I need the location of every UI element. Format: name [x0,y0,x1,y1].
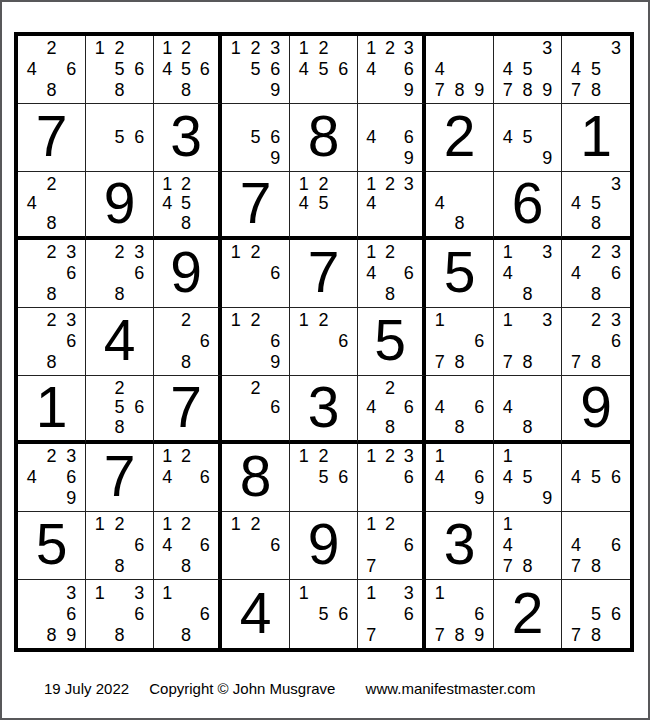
candidate-digit: 5 [314,467,334,488]
cell-r8c9[interactable]: 4678 [562,512,630,580]
candidate-digit: 1 [498,514,518,535]
pencil-slot [450,174,470,194]
pencil-marks: 2368 [18,308,85,375]
pencil-slot [42,331,62,352]
pencil-marks: 12456 [290,36,357,103]
candidate-digit: 7 [566,555,586,576]
pencil-slot [537,283,557,304]
pencil-slot [333,446,353,467]
pencil-marks: 2468 [18,36,85,103]
cell-r4c6[interactable]: 12468 [358,240,426,308]
candidate-digit: 6 [469,603,489,624]
candidate-digit: 5 [110,398,130,418]
pencil-marks: 1236 [358,444,422,511]
cell-r2c8[interactable]: 459 [494,104,562,172]
pencil-slot [22,331,42,352]
pencil-slot [399,624,418,645]
pencil-slot [518,106,538,127]
solved-digit: 9 [580,379,612,436]
candidate-digit: 6 [469,398,489,418]
candidate-digit: 1 [294,310,314,331]
candidate-digit: 8 [110,624,130,645]
candidate-digit: 1 [430,310,450,331]
pencil-marks: 569 [222,104,289,171]
candidate-digit: 6 [333,331,353,352]
pencil-slot [586,582,606,603]
pencil-slot [566,213,586,233]
candidate-digit: 9 [265,147,285,168]
cell-r8c8[interactable]: 1478 [494,512,562,580]
pencil-slot [469,310,489,331]
pencil-slot [294,603,314,624]
candidate-digit: 6 [129,127,149,148]
candidate-digit: 7 [498,555,518,576]
pencil-slot [381,555,400,576]
cell-r4c7[interactable]: 5 [426,240,494,308]
pencil-slot [265,283,285,304]
pencil-marks: 268 [154,308,218,375]
candidate-digit: 2 [314,174,334,194]
candidate-digit: 6 [129,59,149,80]
pencil-marks: 1268 [86,512,153,579]
cell-r9c6[interactable]: 1367 [358,580,426,648]
candidate-digit: 1 [430,446,450,467]
pencil-slot [430,213,450,233]
pencil-slot [90,106,110,127]
cell-r2c7[interactable]: 2 [426,104,494,172]
pencil-slot [362,147,381,168]
pencil-slot [430,417,450,437]
solved-digit: 8 [240,448,272,505]
pencil-slot [518,535,538,556]
candidate-digit: 2 [42,174,62,194]
cell-r2c9[interactable]: 1 [562,104,630,172]
candidate-digit: 4 [158,194,177,214]
pencil-slot [606,514,626,535]
pencil-slot [586,487,606,508]
cell-r7c5[interactable]: 1256 [290,444,358,512]
pencil-slot [195,79,214,100]
candidate-digit: 5 [518,127,538,148]
cell-r3c6[interactable]: 1234 [358,172,426,240]
pencil-slot [314,213,334,233]
cell-r2c1[interactable]: 7 [18,104,86,172]
pencil-slot [333,38,353,59]
cell-r8c4[interactable]: 126 [222,512,290,580]
candidate-digit: 6 [61,467,81,488]
pencil-slot [362,213,381,233]
cell-r8c6[interactable]: 1267 [358,512,426,580]
cell-r5c7[interactable]: 1678 [426,308,494,376]
cell-r4c3[interactable]: 9 [154,240,222,308]
pencil-slot [537,398,557,418]
solved-digit: 4 [240,585,272,642]
cell-r9c2[interactable]: 1368 [86,580,154,648]
candidate-digit: 8 [450,624,470,645]
pencil-slot [381,398,400,418]
pencil-marks: 1469 [426,444,493,511]
pencil-marks: 2468 [358,376,422,440]
pencil-marks: 12468 [358,240,422,307]
candidate-digit: 2 [177,174,196,194]
cell-r6c9[interactable]: 9 [562,376,630,444]
cell-r3c3[interactable]: 12458 [154,172,222,240]
footer: 19 July 2022 Copyright © John Musgrave w… [44,680,536,697]
pencil-slot [399,378,418,398]
candidate-digit: 7 [430,79,450,100]
candidate-digit: 7 [362,555,381,576]
pencil-slot [90,555,110,576]
cell-r3c8[interactable]: 6 [494,172,562,240]
candidate-digit: 4 [294,194,314,214]
cell-r1c1[interactable]: 2468 [18,36,86,104]
candidate-digit: 4 [158,467,177,488]
cell-r1c2[interactable]: 12568 [86,36,154,104]
cell-r6c1[interactable]: 1 [18,376,86,444]
pencil-slot [90,283,110,304]
pencil-slot [399,417,418,437]
pencil-slot [450,603,470,624]
pencil-marks: 3689 [18,580,85,648]
cell-r2c6[interactable]: 469 [358,104,426,172]
cell-r5c4[interactable]: 1269 [222,308,290,376]
cell-r1c4[interactable]: 123569 [222,36,290,104]
cell-r6c4[interactable]: 26 [222,376,290,444]
pencil-slot [90,378,110,398]
cell-r4c1[interactable]: 2368 [18,240,86,308]
candidate-digit: 3 [129,242,149,263]
candidate-digit: 6 [469,331,489,352]
candidate-digit: 2 [42,242,62,263]
pencil-slot [518,378,538,398]
pencil-slot [22,487,42,508]
cell-r1c8[interactable]: 345789 [494,36,562,104]
pencil-slot [226,417,246,437]
pencil-slot [430,487,450,508]
pencil-slot [42,194,62,214]
candidate-digit: 4 [158,535,177,556]
cell-r7c6[interactable]: 1236 [358,444,426,512]
pencil-slot [177,467,196,488]
cell-r6c3[interactable]: 7 [154,376,222,444]
candidate-digit: 6 [195,535,214,556]
cell-r8c5[interactable]: 9 [290,512,358,580]
cell-r8c3[interactable]: 12468 [154,512,222,580]
pencil-slot [265,378,285,398]
candidate-digit: 1 [158,174,177,194]
pencil-slot [226,283,246,304]
cell-r4c4[interactable]: 126 [222,240,290,308]
pencil-slot [265,417,285,437]
pencil-slot [110,535,130,556]
pencil-marks: 345789 [494,36,561,103]
pencil-slot [606,582,626,603]
candidate-digit: 2 [381,38,400,59]
candidate-digit: 1 [294,446,314,467]
pencil-slot [246,351,266,372]
candidate-digit: 5 [246,127,266,148]
cell-r7c4[interactable]: 8 [222,444,290,512]
candidate-digit: 2 [110,242,130,263]
pencil-slot [498,147,518,168]
cell-r9c1[interactable]: 3689 [18,580,86,648]
pencil-slot [129,79,149,100]
candidate-digit: 2 [110,38,130,59]
pencil-slot [22,242,42,263]
pencil-slot [566,582,586,603]
candidate-digit: 2 [177,446,196,467]
pencil-slot [226,555,246,576]
pencil-slot [195,487,214,508]
pencil-slot [381,127,400,148]
candidate-digit: 6 [61,603,81,624]
candidate-digit: 3 [129,582,149,603]
pencil-slot [177,535,196,556]
cell-r9c5[interactable]: 156 [290,580,358,648]
pencil-slot [158,310,177,331]
cell-r1c3[interactable]: 124568 [154,36,222,104]
cell-r5c9[interactable]: 23678 [562,308,630,376]
cell-r2c5[interactable]: 8 [290,104,358,172]
pencil-slot [566,446,586,467]
pencil-slot [606,351,626,372]
cell-r9c9[interactable]: 5678 [562,580,630,648]
pencil-slot [246,555,266,576]
pencil-slot [362,283,381,304]
solved-digit: 5 [374,312,406,369]
cell-r3c5[interactable]: 1245 [290,172,358,240]
candidate-digit: 8 [42,213,62,233]
cell-r5c1[interactable]: 2368 [18,308,86,376]
candidate-digit: 4 [362,194,381,214]
candidate-digit: 9 [265,79,285,100]
candidate-digit: 4 [22,467,42,488]
candidate-digit: 5 [110,59,130,80]
candidate-digit: 4 [362,127,381,148]
pencil-slot [450,467,470,488]
candidate-digit: 4 [22,59,42,80]
pencil-slot [518,487,538,508]
pencil-marks: 3458 [562,172,630,236]
candidate-digit: 4 [430,398,450,418]
pencil-slot [498,331,518,352]
candidate-digit: 4 [566,467,586,488]
candidate-digit: 8 [586,624,606,645]
candidate-digit: 6 [195,467,214,488]
pencil-slot [22,582,42,603]
pencil-slot [226,331,246,352]
pencil-slot [606,487,626,508]
pencil-marks: 23468 [562,240,630,307]
pencil-marks: 2368 [18,240,85,307]
pencil-slot [450,194,470,214]
pencil-marks: 12568 [86,36,153,103]
candidate-digit: 2 [110,514,130,535]
cell-r3c2[interactable]: 9 [86,172,154,240]
candidate-digit: 5 [586,194,606,214]
candidate-digit: 8 [586,351,606,372]
pencil-slot [498,38,518,59]
cell-r2c3[interactable]: 3 [154,104,222,172]
cell-r4c2[interactable]: 2368 [86,240,154,308]
pencil-slot [498,106,518,127]
pencil-slot [450,59,470,80]
candidate-digit: 2 [381,242,400,263]
cell-r6c8[interactable]: 48 [494,376,562,444]
cell-r1c6[interactable]: 123469 [358,36,426,104]
pencil-slot [381,79,400,100]
pencil-slot [110,582,130,603]
footer-website: www.manifestmaster.com [366,680,536,697]
cell-r8c1[interactable]: 5 [18,512,86,580]
pencil-slot [518,310,538,331]
pencil-slot [537,351,557,372]
pencil-slot [246,535,266,556]
pencil-marks: 1478 [494,512,561,579]
pencil-slot [518,242,538,263]
candidate-digit: 3 [61,242,81,263]
cell-r8c2[interactable]: 1268 [86,512,154,580]
cell-r5c3[interactable]: 268 [154,308,222,376]
candidate-digit: 3 [537,38,557,59]
pencil-slot [399,194,418,214]
pencil-slot [469,378,489,398]
pencil-slot [246,283,266,304]
pencil-slot [158,555,177,576]
candidate-digit: 8 [586,555,606,576]
pencil-slot [129,514,149,535]
pencil-slot [469,38,489,59]
pencil-slot [90,417,110,437]
cell-r6c7[interactable]: 468 [426,376,494,444]
pencil-slot [498,283,518,304]
pencil-slot [195,446,214,467]
cell-r3c7[interactable]: 48 [426,172,494,240]
cell-r1c5[interactable]: 12456 [290,36,358,104]
candidate-digit: 6 [469,467,489,488]
pencil-slot [333,582,353,603]
pencil-slot [158,351,177,372]
pencil-slot [265,310,285,331]
pencil-slot [195,555,214,576]
cell-r5c6[interactable]: 5 [358,308,426,376]
candidate-digit: 4 [158,59,177,80]
pencil-marks: 468 [426,376,493,440]
pencil-slot [22,263,42,284]
pencil-marks: 16789 [426,580,493,648]
cell-r4c9[interactable]: 23468 [562,240,630,308]
candidate-digit: 7 [498,351,518,372]
solved-digit: 3 [308,379,340,436]
candidate-digit: 2 [381,514,400,535]
pencil-slot [314,351,334,372]
cell-r1c7[interactable]: 4789 [426,36,494,104]
pencil-slot [430,38,450,59]
pencil-slot [362,79,381,100]
cell-r5c2[interactable]: 4 [86,308,154,376]
cell-r5c5[interactable]: 126 [290,308,358,376]
cell-r3c1[interactable]: 248 [18,172,86,240]
pencil-slot [22,283,42,304]
candidate-digit: 1 [362,38,381,59]
cell-r2c2[interactable]: 56 [86,104,154,172]
cell-r3c4[interactable]: 7 [222,172,290,240]
candidate-digit: 1 [294,174,314,194]
pencil-slot [158,79,177,100]
candidate-digit: 8 [381,417,400,437]
pencil-slot [362,417,381,437]
candidate-digit: 2 [381,446,400,467]
candidate-digit: 1 [226,242,246,263]
pencil-slot [158,624,177,645]
pencil-slot [469,59,489,80]
pencil-slot [22,624,42,645]
candidate-digit: 3 [606,242,626,263]
cell-r7c3[interactable]: 1246 [154,444,222,512]
cell-r9c3[interactable]: 168 [154,580,222,648]
candidate-digit: 1 [498,446,518,467]
candidate-digit: 6 [61,59,81,80]
candidate-digit: 6 [195,59,214,80]
cell-r5c8[interactable]: 1378 [494,308,562,376]
cell-r6c5[interactable]: 3 [290,376,358,444]
candidate-digit: 4 [566,263,586,284]
cell-r4c8[interactable]: 1348 [494,240,562,308]
cell-r9c4[interactable]: 4 [222,580,290,648]
cell-r2c4[interactable]: 569 [222,104,290,172]
candidate-digit: 2 [586,310,606,331]
candidate-digit: 1 [90,582,110,603]
cell-r9c8[interactable]: 2 [494,580,562,648]
candidate-digit: 3 [399,582,418,603]
pencil-slot [294,624,314,645]
pencil-slot [381,467,400,488]
pencil-slot [177,603,196,624]
pencil-slot [158,213,177,233]
cell-r3c9[interactable]: 3458 [562,172,630,240]
candidate-digit: 2 [246,514,266,535]
candidate-digit: 9 [399,147,418,168]
candidate-digit: 2 [246,310,266,331]
cell-r7c2[interactable]: 7 [86,444,154,512]
pencil-slot [362,487,381,508]
candidate-digit: 9 [399,79,418,100]
pencil-slot [518,38,538,59]
pencil-slot [450,310,470,331]
cell-r6c6[interactable]: 2468 [358,376,426,444]
pencil-slot [537,467,557,488]
cell-r7c7[interactable]: 1469 [426,444,494,512]
cell-r6c2[interactable]: 2568 [86,376,154,444]
cell-r1c9[interactable]: 34578 [562,36,630,104]
cell-r8c7[interactable]: 3 [426,512,494,580]
candidate-digit: 2 [42,446,62,467]
footer-copyright: Copyright © John Musgrave [149,680,335,697]
candidate-digit: 4 [498,59,518,80]
cell-r7c1[interactable]: 23469 [18,444,86,512]
candidate-digit: 6 [399,398,418,418]
solved-digit: 3 [170,108,202,165]
candidate-digit: 1 [90,514,110,535]
cell-r7c8[interactable]: 1459 [494,444,562,512]
cell-r7c9[interactable]: 456 [562,444,630,512]
candidate-digit: 2 [314,446,334,467]
pencil-slot [314,331,334,352]
candidate-digit: 7 [430,624,450,645]
cell-r4c5[interactable]: 7 [290,240,358,308]
cell-r9c7[interactable]: 16789 [426,580,494,648]
pencil-slot [450,446,470,467]
